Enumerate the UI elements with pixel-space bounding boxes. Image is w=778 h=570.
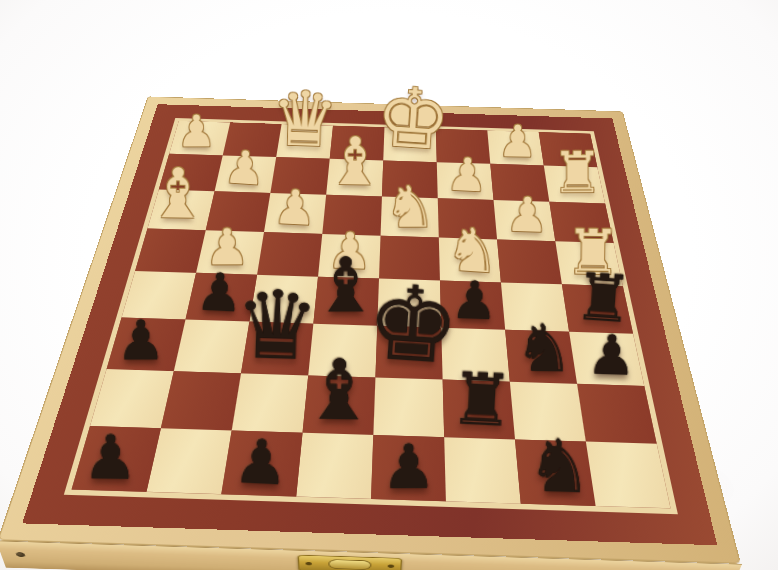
board-square[interactable]: ♟ [569,332,644,386]
board-square[interactable]: ♟ [487,131,544,166]
board-square[interactable]: ♟ [221,431,302,497]
board-square[interactable]: ♜ [544,166,605,204]
board-pinstripe: ♟♛♚♟♟♝♟♜♝♟♞♟♟♟♞♜♟♝♟♜♟♛♚♞♟♝♜♟♟♟♞ [64,118,678,514]
chess-piece-bP[interactable]: ♟ [232,431,290,495]
board-square[interactable]: ♟ [72,426,161,492]
board-frame: ♟♛♚♟♟♝♟♜♝♟♞♟♟♟♞♜♟♝♟♜♟♛♚♞♟♝♜♟♟♟♞ [0,97,741,565]
chessboard: ♟♛♚♟♟♝♟♜♝♟♞♟♟♟♞♜♟♝♟♜♟♛♚♞♟♝♜♟♟♟♞ [0,97,741,565]
board-square[interactable]: ♚ [383,128,437,163]
screw-icon [388,565,394,569]
board-square[interactable] [373,378,444,438]
chess-piece-wP[interactable]: ♟ [497,120,537,164]
chess-piece-wB[interactable]: ♝ [325,129,385,196]
board-square[interactable]: ♝ [326,159,383,197]
chess-piece-bB[interactable]: ♝ [301,348,377,433]
board-square[interactable] [232,374,309,433]
board-square[interactable]: ♞ [381,197,439,238]
chess-piece-wP[interactable]: ♟ [505,191,549,240]
chess-piece-wN[interactable]: ♞ [384,178,436,235]
chess-piece-bP[interactable]: ♟ [82,427,138,489]
chess-piece-wP[interactable]: ♟ [222,144,266,192]
board-square[interactable] [296,433,373,499]
chess-piece-wP[interactable]: ♟ [445,152,488,200]
board-square[interactable] [135,229,206,273]
chess-piece-bK[interactable]: ♚ [363,271,462,380]
screw-icon [306,562,312,566]
chess-piece-bP[interactable]: ♟ [381,437,436,498]
board-square[interactable]: ♞ [515,440,596,507]
board-square[interactable]: ♟ [215,156,277,194]
board-square[interactable] [146,429,231,495]
photo-background: ♟♛♚♟♟♝♟♜♝♟♞♟♟♟♞♜♟♝♟♜♟♛♚♞♟♝♜♟♟♟♞ [0,0,778,570]
board-square[interactable] [161,372,241,431]
brass-clasp[interactable] [298,555,403,570]
chess-piece-bP[interactable]: ♟ [116,314,166,369]
chess-piece-wP[interactable]: ♟ [272,183,317,233]
board-square[interactable]: ♟ [437,162,494,200]
board-square[interactable]: ♜ [443,380,515,440]
chess-piece-bN[interactable]: ♞ [525,429,593,505]
board-square[interactable]: ♟ [371,435,446,501]
board-square[interactable]: ♟ [494,200,556,241]
screw-icon [15,553,25,558]
board-square[interactable]: ♝ [303,376,376,436]
board-square[interactable]: ♞ [505,330,577,384]
chess-piece-bP[interactable]: ♟ [586,328,637,385]
board-square[interactable] [497,240,562,285]
board-square[interactable]: ♟ [107,318,186,372]
board-square[interactable] [586,442,671,509]
board-square[interactable]: ♚ [375,326,442,380]
board-square[interactable]: ♟ [169,121,230,156]
chess-piece-wP[interactable]: ♟ [176,110,215,154]
chess-piece-bN[interactable]: ♞ [514,315,574,382]
chess-piece-wR[interactable]: ♜ [551,145,602,202]
board-square[interactable]: ♟ [264,193,326,234]
board-square[interactable] [90,369,174,428]
chess-piece-bR[interactable]: ♜ [447,363,515,438]
clasp-hook-icon [328,560,371,570]
board-border-band: ♟♛♚♟♟♝♟♜♝♟♞♟♟♟♞♜♟♝♟♜♟♛♚♞♟♝♜♟♟♟♞ [22,105,717,546]
chess-piece-wK[interactable]: ♚ [373,76,452,163]
board-square[interactable] [444,438,521,504]
chess-piece-wB[interactable]: ♝ [146,159,209,229]
board-grid: ♟♛♚♟♟♝♟♜♝♟♞♟♟♟♞♜♟♝♟♜♟♛♚♞♟♝♜♟♟♟♞ [72,121,671,509]
board-square[interactable]: ♛ [276,124,333,159]
